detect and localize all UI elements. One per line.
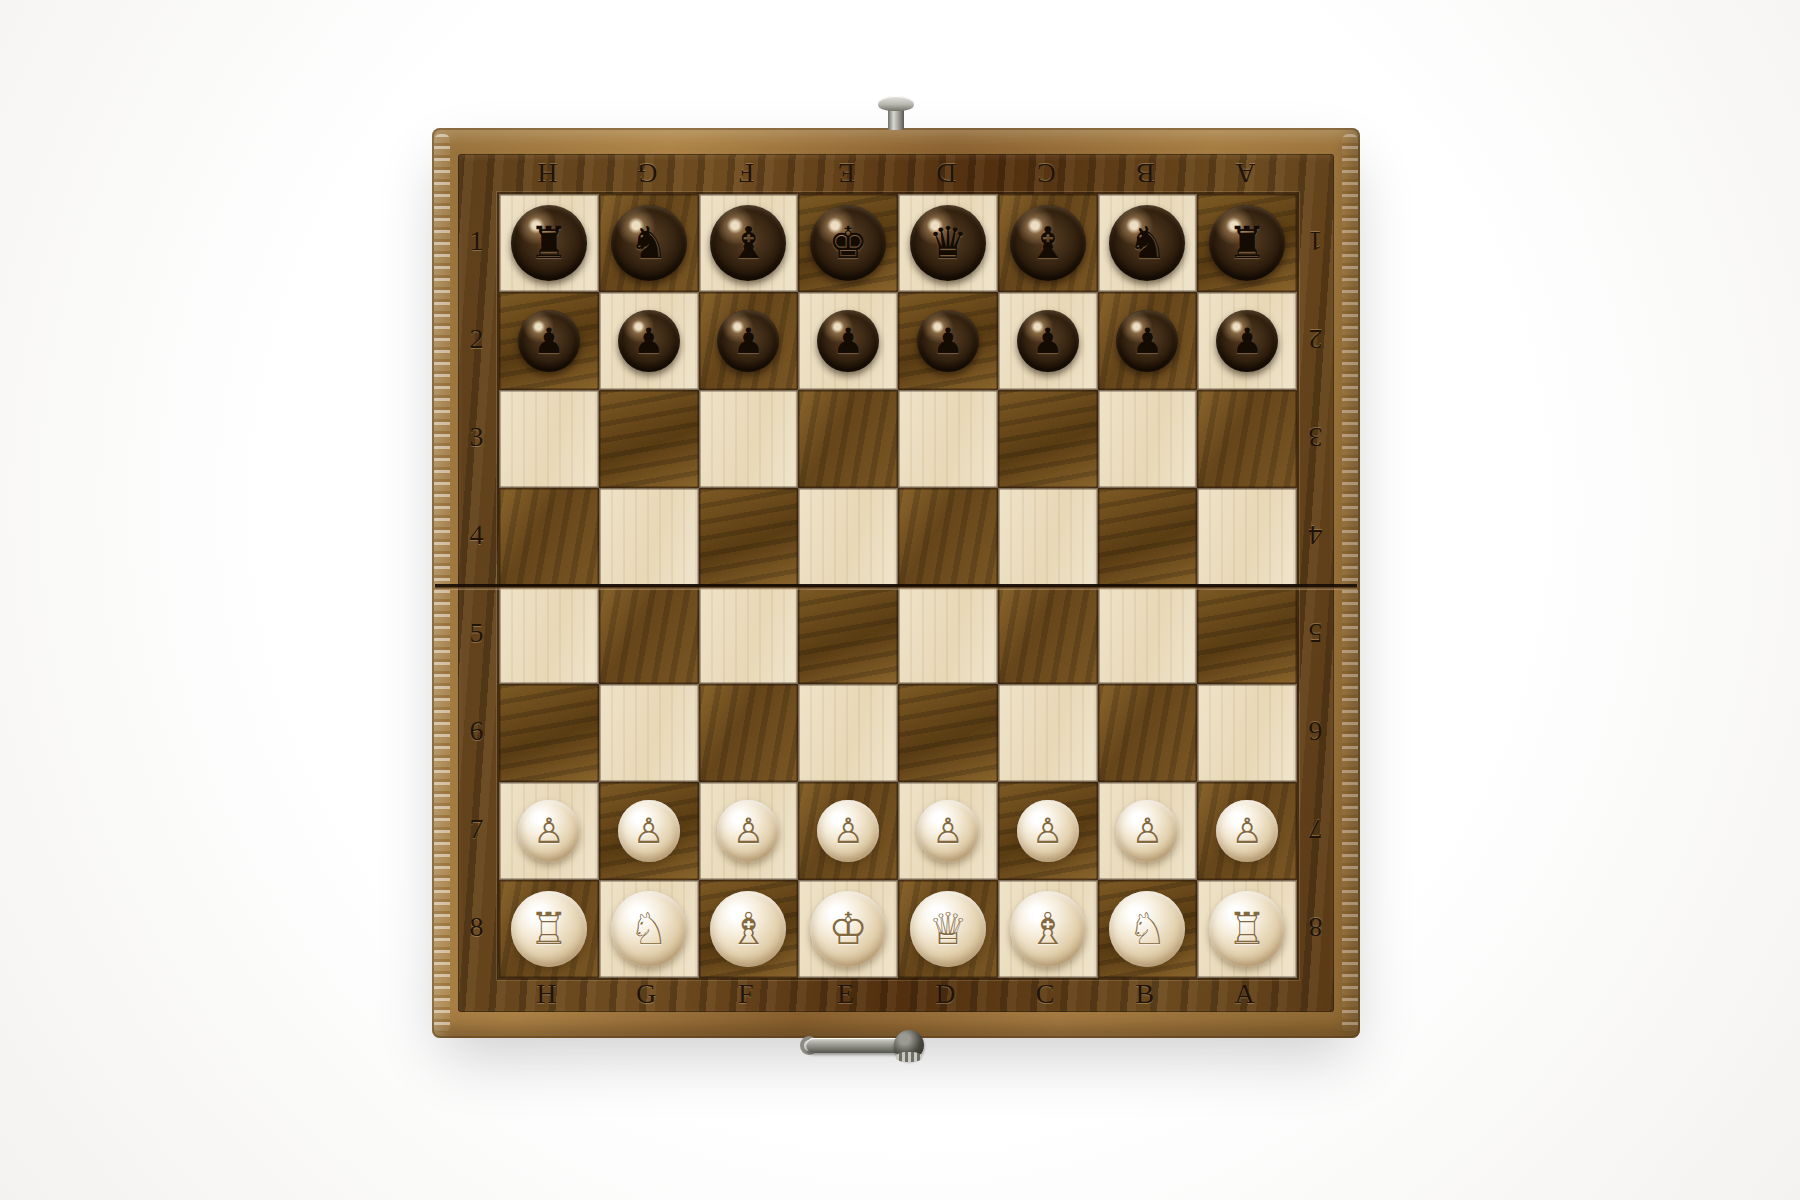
white-bishop-f8[interactable]: ♗ (710, 891, 786, 967)
square-c7[interactable]: ♙ (998, 782, 1098, 880)
square-h6[interactable] (499, 684, 599, 782)
square-h7[interactable]: ♙ (499, 782, 599, 880)
white-knight-g8[interactable]: ♘ (611, 891, 687, 967)
square-b6[interactable] (1098, 684, 1198, 782)
file-label-top-g: G (636, 157, 657, 189)
latch-clasp (806, 1028, 924, 1060)
square-c4[interactable] (998, 488, 1098, 586)
square-g2[interactable]: ♟ (599, 292, 699, 390)
rank-label-left-4: 4 (470, 519, 485, 551)
square-d1[interactable]: ♛ (898, 194, 998, 292)
square-f2[interactable]: ♟ (699, 292, 799, 390)
file-label-top-b: B (1136, 157, 1156, 189)
rank-label-left-5: 5 (470, 617, 485, 649)
square-g7[interactable]: ♙ (599, 782, 699, 880)
rank-label-right-4: 4 (1308, 519, 1323, 551)
pawn-icon: ♙ (832, 814, 863, 849)
clasp-screw-skirt (896, 1052, 922, 1062)
file-label-bottom-f: F (738, 978, 755, 1010)
white-pawn-g7[interactable]: ♙ (618, 800, 680, 862)
square-b3[interactable] (1098, 390, 1198, 488)
black-king-e1[interactable]: ♚ (810, 205, 886, 281)
pawn-icon: ♟ (832, 324, 863, 359)
square-b2[interactable]: ♟ (1098, 292, 1198, 390)
hinge-pin-stem (888, 108, 904, 130)
white-queen-d8[interactable]: ♕ (910, 891, 986, 967)
square-h2[interactable]: ♟ (499, 292, 599, 390)
black-pawn-a2[interactable]: ♟ (1216, 310, 1278, 372)
black-knight-g1[interactable]: ♞ (611, 205, 687, 281)
square-f3[interactable] (699, 390, 799, 488)
knight-icon: ♞ (629, 221, 668, 265)
file-label-bottom-b: B (1136, 978, 1156, 1010)
square-e8[interactable]: ♔ (798, 880, 898, 978)
white-rook-h8[interactable]: ♖ (511, 891, 587, 967)
black-pawn-b2[interactable]: ♟ (1116, 310, 1178, 372)
square-b5[interactable] (1098, 586, 1198, 684)
black-pawn-d2[interactable]: ♟ (917, 310, 979, 372)
bishop-icon: ♗ (729, 907, 768, 951)
square-h1[interactable]: ♜ (499, 194, 599, 292)
pawn-icon: ♙ (633, 814, 664, 849)
white-knight-b8[interactable]: ♘ (1109, 891, 1185, 967)
board-edge-right-highlight (1342, 134, 1358, 1032)
rook-icon: ♜ (529, 221, 568, 265)
rank-label-right-5: 5 (1308, 617, 1323, 649)
square-a8[interactable]: ♖ (1197, 880, 1297, 978)
square-g3[interactable] (599, 390, 699, 488)
black-rook-a1[interactable]: ♜ (1209, 205, 1285, 281)
rank-label-right-3: 3 (1308, 421, 1323, 453)
square-c3[interactable] (998, 390, 1098, 488)
pawn-icon: ♙ (1132, 814, 1163, 849)
file-label-bottom-d: D (935, 978, 956, 1010)
black-pawn-f2[interactable]: ♟ (717, 310, 779, 372)
file-label-top-f: F (738, 157, 755, 189)
square-e2[interactable]: ♟ (798, 292, 898, 390)
square-d4[interactable] (898, 488, 998, 586)
square-b1[interactable]: ♞ (1098, 194, 1198, 292)
square-e5[interactable] (798, 586, 898, 684)
pawn-icon: ♙ (533, 814, 564, 849)
square-f1[interactable]: ♝ (699, 194, 799, 292)
rank-label-right-7: 7 (1308, 813, 1323, 845)
rank-label-left-6: 6 (470, 715, 485, 747)
bishop-icon: ♗ (1028, 907, 1067, 951)
file-label-top-a: A (1235, 157, 1256, 189)
square-b7[interactable]: ♙ (1098, 782, 1198, 880)
file-label-top-d: D (935, 157, 956, 189)
square-g4[interactable] (599, 488, 699, 586)
file-label-top-c: C (1036, 157, 1056, 189)
square-h8[interactable]: ♖ (499, 880, 599, 978)
square-b4[interactable] (1098, 488, 1198, 586)
queen-icon: ♛ (928, 221, 967, 265)
knight-icon: ♞ (1128, 221, 1167, 265)
rank-label-left-3: 3 (470, 421, 485, 453)
bishop-icon: ♝ (729, 221, 768, 265)
square-c2[interactable]: ♟ (998, 292, 1098, 390)
king-icon: ♚ (828, 221, 867, 265)
black-knight-b1[interactable]: ♞ (1109, 205, 1185, 281)
square-e6[interactable] (798, 684, 898, 782)
file-label-bottom-g: G (636, 978, 657, 1010)
clasp-bar (806, 1038, 902, 1053)
file-label-bottom-h: H (536, 978, 557, 1010)
rank-label-right-6: 6 (1308, 715, 1323, 747)
square-a3[interactable] (1197, 390, 1297, 488)
white-rook-a8[interactable]: ♖ (1209, 891, 1285, 967)
square-h5[interactable] (499, 586, 599, 684)
hinge-pin (876, 96, 916, 130)
square-e1[interactable]: ♚ (798, 194, 898, 292)
black-queen-d1[interactable]: ♛ (910, 205, 986, 281)
square-g1[interactable]: ♞ (599, 194, 699, 292)
bishop-icon: ♝ (1028, 221, 1067, 265)
black-bishop-c1[interactable]: ♝ (1010, 205, 1086, 281)
square-d5[interactable] (898, 586, 998, 684)
rank-label-left-2: 2 (470, 323, 485, 355)
hinge-pin-cap (878, 96, 914, 111)
black-pawn-g2[interactable]: ♟ (618, 310, 680, 372)
queen-icon: ♕ (928, 907, 967, 951)
black-bishop-f1[interactable]: ♝ (710, 205, 786, 281)
black-rook-h1[interactable]: ♜ (511, 205, 587, 281)
square-h4[interactable] (499, 488, 599, 586)
square-a1[interactable]: ♜ (1197, 194, 1297, 292)
square-e7[interactable]: ♙ (798, 782, 898, 880)
knight-icon: ♘ (629, 907, 668, 951)
pawn-icon: ♟ (932, 324, 963, 359)
square-e3[interactable] (798, 390, 898, 488)
white-bishop-c8[interactable]: ♗ (1010, 891, 1086, 967)
square-f8[interactable]: ♗ (699, 880, 799, 978)
square-c1[interactable]: ♝ (998, 194, 1098, 292)
knight-icon: ♘ (1128, 907, 1167, 951)
white-pawn-f7[interactable]: ♙ (717, 800, 779, 862)
square-h3[interactable] (499, 390, 599, 488)
rank-label-left-8: 8 (470, 911, 485, 943)
square-g8[interactable]: ♘ (599, 880, 699, 978)
play-area: ♜♞♝♚♛♝♞♜♟♟♟♟♟♟♟♟♙♙♙♙♙♙♙♙♖♘♗♔♕♗♘♖ (497, 192, 1299, 980)
pawn-icon: ♟ (533, 324, 564, 359)
square-a7[interactable]: ♙ (1197, 782, 1297, 880)
square-b8[interactable]: ♘ (1098, 880, 1198, 978)
pawn-icon: ♟ (1032, 324, 1063, 359)
rank-label-right-1: 1 (1308, 225, 1323, 257)
rank-label-right-8: 8 (1308, 911, 1323, 943)
pawn-icon: ♟ (633, 324, 664, 359)
king-icon: ♔ (828, 907, 867, 951)
white-pawn-d7[interactable]: ♙ (917, 800, 979, 862)
square-f4[interactable] (699, 488, 799, 586)
pawn-icon: ♟ (1231, 324, 1262, 359)
white-pawn-a7[interactable]: ♙ (1216, 800, 1278, 862)
square-e4[interactable] (798, 488, 898, 586)
rook-icon: ♖ (1227, 907, 1266, 951)
square-f6[interactable] (699, 684, 799, 782)
square-d7[interactable]: ♙ (898, 782, 998, 880)
rank-label-right-2: 2 (1308, 323, 1323, 355)
square-a4[interactable] (1197, 488, 1297, 586)
pawn-icon: ♟ (1132, 324, 1163, 359)
square-d8[interactable]: ♕ (898, 880, 998, 978)
square-d2[interactable]: ♟ (898, 292, 998, 390)
pawn-icon: ♙ (1032, 814, 1063, 849)
file-label-bottom-a: A (1235, 978, 1256, 1010)
pawn-icon: ♟ (733, 324, 764, 359)
black-pawn-c2[interactable]: ♟ (1017, 310, 1079, 372)
white-pawn-c7[interactable]: ♙ (1017, 800, 1079, 862)
file-label-bottom-c: C (1036, 978, 1056, 1010)
rank-label-left-7: 7 (470, 813, 485, 845)
rank-label-left-1: 1 (470, 225, 485, 257)
white-pawn-h7[interactable]: ♙ (518, 800, 580, 862)
square-c5[interactable] (998, 586, 1098, 684)
pawn-icon: ♙ (733, 814, 764, 849)
chess-board: ♜♞♝♚♛♝♞♜♟♟♟♟♟♟♟♟♙♙♙♙♙♙♙♙♖♘♗♔♕♗♘♖ HHGGFFE… (432, 128, 1360, 1038)
square-a6[interactable] (1197, 684, 1297, 782)
rook-icon: ♖ (529, 907, 568, 951)
pawn-icon: ♙ (1231, 814, 1262, 849)
file-label-top-h: H (536, 157, 557, 189)
square-g6[interactable] (599, 684, 699, 782)
white-pawn-b7[interactable]: ♙ (1116, 800, 1178, 862)
rook-icon: ♜ (1227, 221, 1266, 265)
square-a5[interactable] (1197, 586, 1297, 684)
pawn-icon: ♙ (932, 814, 963, 849)
photo-stage: ♜♞♝♚♛♝♞♜♟♟♟♟♟♟♟♟♙♙♙♙♙♙♙♙♖♘♗♔♕♗♘♖ HHGGFFE… (0, 0, 1800, 1200)
square-d6[interactable] (898, 684, 998, 782)
square-g5[interactable] (599, 586, 699, 684)
square-f7[interactable]: ♙ (699, 782, 799, 880)
square-a2[interactable]: ♟ (1197, 292, 1297, 390)
black-pawn-h2[interactable]: ♟ (518, 310, 580, 372)
square-c6[interactable] (998, 684, 1098, 782)
square-f5[interactable] (699, 586, 799, 684)
black-pawn-e2[interactable]: ♟ (817, 310, 879, 372)
white-pawn-e7[interactable]: ♙ (817, 800, 879, 862)
board-edge-left-highlight (434, 134, 450, 1032)
file-label-bottom-e: E (837, 978, 855, 1010)
file-label-top-e: E (837, 157, 855, 189)
square-c8[interactable]: ♗ (998, 880, 1098, 978)
square-d3[interactable] (898, 390, 998, 488)
white-king-e8[interactable]: ♔ (810, 891, 886, 967)
